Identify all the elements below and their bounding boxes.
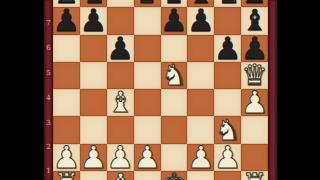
rank-label-4: 4 [44,95,53,102]
square-a1: ♜ [53,171,80,180]
square-d2: ♟ [134,144,161,171]
square-g5 [214,62,241,89]
square-c6: ♟ [107,35,134,62]
square-e4 [161,89,188,116]
piece-white-pawn-b2: ♟ [79,144,107,171]
square-e3 [161,116,188,143]
square-g8: ♞ [214,0,241,7]
square-d6 [134,35,161,62]
piece-white-bishop-c4: ♝ [107,89,133,116]
square-d4 [134,89,161,116]
square-g2: ♟ [214,144,241,171]
square-a7: ♟ [53,7,80,34]
piece-black-pawn-c6: ♟ [106,35,134,62]
square-e7: ♟ [161,7,188,34]
square-d8: ♛ [134,0,161,7]
piece-white-king-e1: ♚ [161,171,187,180]
piece-white-pawn-g2: ♟ [214,144,242,171]
square-d1 [134,171,161,180]
square-e5: ♞ [161,62,188,89]
square-b2: ♟ [80,144,107,171]
piece-black-queen-d8: ♛ [134,0,160,7]
square-f4 [187,89,214,116]
square-c4: ♝ [107,89,134,116]
square-b6 [80,35,107,62]
square-a6 [53,35,80,62]
rank-label-2: 2 [44,144,53,151]
square-f5 [187,62,214,89]
square-f1 [187,171,214,180]
square-h3 [241,116,268,143]
square-b4 [80,89,107,116]
piece-white-rook-a1: ♜ [53,171,79,180]
piece-black-knight-g8: ♞ [215,0,241,7]
piece-white-rook-h1: ♜ [242,171,268,180]
square-g1 [214,171,241,180]
video-frame: ♜♞♛♚♝♞♜♟♟♟♟♝♟♟♟♞♛♝♟♞♟♟♟♟♟♟♜♝♚♜ 7654321 [0,0,320,180]
rank-label-5: 5 [44,70,53,77]
rank-label-7: 7 [44,20,53,27]
piece-black-pawn-e7: ♟ [160,7,188,34]
square-b7: ♟ [80,7,107,34]
square-a4 [53,89,80,116]
rank-label-1: 1 [44,168,53,175]
board-border-right [268,0,277,180]
piece-white-pawn-h4: ♟ [241,89,269,116]
square-h1: ♜ [241,171,268,180]
square-e1: ♚ [161,171,188,180]
rank-label-6: 6 [44,45,53,52]
piece-black-pawn-g6: ♟ [214,35,242,62]
rank-label-3: 3 [44,120,53,127]
square-f2: ♟ [187,144,214,171]
square-d7 [134,7,161,34]
piece-white-pawn-f2: ♟ [187,144,215,171]
square-g6: ♟ [214,35,241,62]
square-h4: ♟ [241,89,268,116]
square-b1 [80,171,107,180]
piece-black-pawn-f7: ♟ [187,7,215,34]
square-f6 [187,35,214,62]
piece-black-pawn-b7: ♟ [79,7,107,34]
square-a5 [53,62,80,89]
piece-black-pawn-a7: ♟ [53,7,81,34]
chess-board: ♜♞♛♚♝♞♜♟♟♟♟♝♟♟♟♞♛♝♟♞♟♟♟♟♟♟♜♝♚♜ [53,0,268,180]
square-b5 [80,62,107,89]
square-c8 [107,0,134,7]
piece-white-knight-e5: ♞ [161,62,187,89]
square-d5 [134,62,161,89]
piece-white-bishop-c1: ♝ [107,171,133,180]
square-c1: ♝ [107,171,134,180]
piece-white-pawn-d2: ♟ [133,144,161,171]
square-f7: ♟ [187,7,214,34]
